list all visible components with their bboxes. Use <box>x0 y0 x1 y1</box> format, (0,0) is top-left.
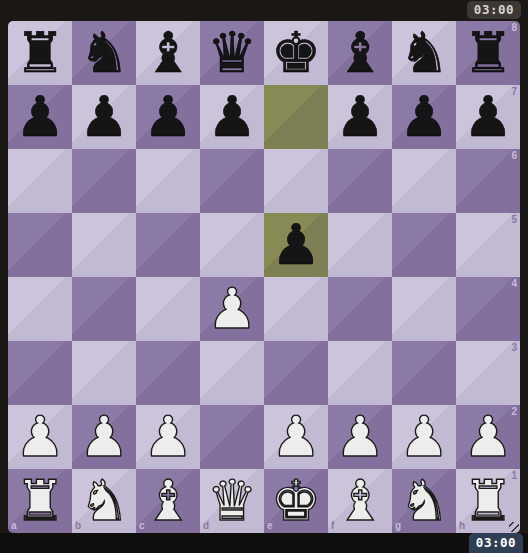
piece-black-bishop[interactable]: ♝ <box>335 25 385 81</box>
piece-black-pawn[interactable]: ♟ <box>271 217 321 273</box>
square-e2[interactable]: ♟ <box>264 405 328 469</box>
square-g3[interactable] <box>392 341 456 405</box>
piece-black-rook[interactable]: ♜ <box>463 25 513 81</box>
rank-label-2: 2 <box>511 407 517 417</box>
square-g1[interactable]: ♞g <box>392 469 456 533</box>
square-d7[interactable]: ♟ <box>200 85 264 149</box>
piece-black-king[interactable]: ♚ <box>271 25 321 81</box>
file-label-d: d <box>203 521 209 531</box>
square-c1[interactable]: ♝c <box>136 469 200 533</box>
square-g6[interactable] <box>392 149 456 213</box>
square-a5[interactable] <box>8 213 72 277</box>
square-e8[interactable]: ♚ <box>264 21 328 85</box>
square-h2[interactable]: ♟2 <box>456 405 520 469</box>
rank-label-7: 7 <box>511 87 517 97</box>
square-a7[interactable]: ♟ <box>8 85 72 149</box>
square-b1[interactable]: ♞b <box>72 469 136 533</box>
piece-white-pawn[interactable]: ♟ <box>463 409 513 465</box>
piece-black-knight[interactable]: ♞ <box>79 25 129 81</box>
piece-white-rook[interactable]: ♜ <box>15 473 65 529</box>
piece-black-pawn[interactable]: ♟ <box>79 89 129 145</box>
piece-white-pawn[interactable]: ♟ <box>399 409 449 465</box>
page-footer-strip <box>0 533 528 553</box>
square-b6[interactable] <box>72 149 136 213</box>
square-c3[interactable] <box>136 341 200 405</box>
file-label-f: f <box>331 521 334 531</box>
square-c8[interactable]: ♝ <box>136 21 200 85</box>
piece-white-pawn[interactable]: ♟ <box>207 281 257 337</box>
square-c7[interactable]: ♟ <box>136 85 200 149</box>
square-g8[interactable]: ♞ <box>392 21 456 85</box>
square-d4[interactable]: ♟ <box>200 277 264 341</box>
square-c6[interactable] <box>136 149 200 213</box>
piece-white-pawn[interactable]: ♟ <box>15 409 65 465</box>
square-a1[interactable]: ♜a <box>8 469 72 533</box>
piece-white-bishop[interactable]: ♝ <box>143 473 193 529</box>
square-a8[interactable]: ♜ <box>8 21 72 85</box>
square-g5[interactable] <box>392 213 456 277</box>
rank-label-4: 4 <box>511 279 517 289</box>
square-a3[interactable] <box>8 341 72 405</box>
square-f3[interactable] <box>328 341 392 405</box>
square-h3[interactable]: 3 <box>456 341 520 405</box>
piece-white-knight[interactable]: ♞ <box>399 473 449 529</box>
rank-label-1: 1 <box>511 471 517 481</box>
piece-white-knight[interactable]: ♞ <box>79 473 129 529</box>
rank-label-6: 6 <box>511 151 517 161</box>
piece-black-pawn[interactable]: ♟ <box>463 89 513 145</box>
square-d8[interactable]: ♛ <box>200 21 264 85</box>
white-clock: 03:00 <box>469 533 523 553</box>
piece-white-pawn[interactable]: ♟ <box>271 409 321 465</box>
file-label-b: b <box>75 521 81 531</box>
square-a6[interactable] <box>8 149 72 213</box>
square-h8[interactable]: ♜8 <box>456 21 520 85</box>
square-f1[interactable]: ♝f <box>328 469 392 533</box>
square-e6[interactable] <box>264 149 328 213</box>
piece-black-queen[interactable]: ♛ <box>207 25 257 81</box>
square-b7[interactable]: ♟ <box>72 85 136 149</box>
square-b4[interactable] <box>72 277 136 341</box>
file-label-h: h <box>459 521 465 531</box>
square-h1[interactable]: ♜h1 <box>456 469 520 533</box>
square-f2[interactable]: ♟ <box>328 405 392 469</box>
square-f5[interactable] <box>328 213 392 277</box>
piece-black-pawn[interactable]: ♟ <box>143 89 193 145</box>
piece-white-rook[interactable]: ♜ <box>463 473 513 529</box>
file-label-e: e <box>267 521 273 531</box>
square-h5[interactable]: 5 <box>456 213 520 277</box>
square-e1[interactable]: ♚e <box>264 469 328 533</box>
file-label-a: a <box>11 521 17 531</box>
square-d3[interactable] <box>200 341 264 405</box>
piece-black-pawn[interactable]: ♟ <box>207 89 257 145</box>
board-resize-grip-icon[interactable] <box>509 522 519 532</box>
square-g2[interactable]: ♟ <box>392 405 456 469</box>
piece-black-pawn[interactable]: ♟ <box>399 89 449 145</box>
piece-white-pawn[interactable]: ♟ <box>335 409 385 465</box>
chess-board: ♜♞♝♛♚♝♞♜8♟♟♟♟♟♟♟76♟5♟43♟♟♟♟♟♟♟2♜a♞b♝c♛d♚… <box>8 21 520 533</box>
square-d5[interactable] <box>200 213 264 277</box>
piece-black-knight[interactable]: ♞ <box>399 25 449 81</box>
piece-black-bishop[interactable]: ♝ <box>143 25 193 81</box>
square-e4[interactable] <box>264 277 328 341</box>
piece-white-bishop[interactable]: ♝ <box>335 473 385 529</box>
square-e5[interactable]: ♟ <box>264 213 328 277</box>
square-d1[interactable]: ♛d <box>200 469 264 533</box>
square-h4[interactable]: 4 <box>456 277 520 341</box>
square-a2[interactable]: ♟ <box>8 405 72 469</box>
piece-black-rook[interactable]: ♜ <box>15 25 65 81</box>
square-d2[interactable] <box>200 405 264 469</box>
square-c5[interactable] <box>136 213 200 277</box>
square-g7[interactable]: ♟ <box>392 85 456 149</box>
square-b2[interactable]: ♟ <box>72 405 136 469</box>
rank-label-5: 5 <box>511 215 517 225</box>
piece-white-pawn[interactable]: ♟ <box>143 409 193 465</box>
piece-black-pawn[interactable]: ♟ <box>15 89 65 145</box>
square-h6[interactable]: 6 <box>456 149 520 213</box>
square-f4[interactable] <box>328 277 392 341</box>
piece-white-pawn[interactable]: ♟ <box>79 409 129 465</box>
square-b5[interactable] <box>72 213 136 277</box>
square-c4[interactable] <box>136 277 200 341</box>
square-b3[interactable] <box>72 341 136 405</box>
square-b8[interactable]: ♞ <box>72 21 136 85</box>
square-f8[interactable]: ♝ <box>328 21 392 85</box>
square-e7[interactable] <box>264 85 328 149</box>
black-clock: 03:00 <box>467 1 521 19</box>
square-c2[interactable]: ♟ <box>136 405 200 469</box>
square-a4[interactable] <box>8 277 72 341</box>
piece-black-pawn[interactable]: ♟ <box>335 89 385 145</box>
square-f6[interactable] <box>328 149 392 213</box>
square-f7[interactable]: ♟ <box>328 85 392 149</box>
rank-label-3: 3 <box>511 343 517 353</box>
file-label-c: c <box>139 521 145 531</box>
square-d6[interactable] <box>200 149 264 213</box>
square-h7[interactable]: ♟7 <box>456 85 520 149</box>
piece-white-queen[interactable]: ♛ <box>207 473 257 529</box>
piece-white-king[interactable]: ♚ <box>271 473 321 529</box>
file-label-g: g <box>395 521 401 531</box>
rank-label-8: 8 <box>511 23 517 33</box>
square-g4[interactable] <box>392 277 456 341</box>
square-e3[interactable] <box>264 341 328 405</box>
